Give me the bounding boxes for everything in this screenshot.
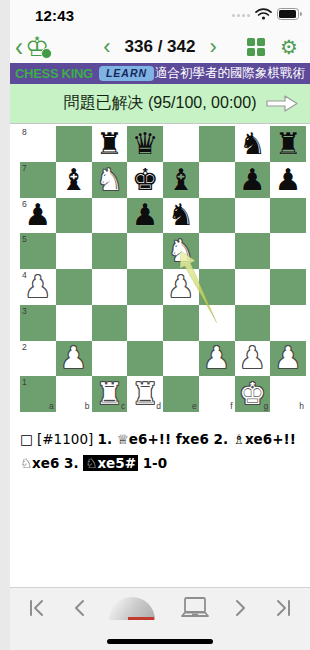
- square-f2[interactable]: ♟: [199, 341, 235, 377]
- square-h5[interactable]: [270, 233, 306, 269]
- back-chevron-icon[interactable]: ‹: [15, 33, 23, 61]
- puzzle-counter: 336 / 342: [125, 37, 196, 57]
- bottom-toolbar: [10, 587, 310, 650]
- square-e3[interactable]: [163, 305, 199, 341]
- notation-token[interactable]: □ [#1100]: [20, 431, 98, 447]
- logo-badge-dot: [41, 48, 52, 59]
- square-b3[interactable]: [56, 305, 92, 341]
- square-b7[interactable]: ♝: [56, 162, 92, 198]
- rank-label: 1: [22, 377, 27, 387]
- white-rook: ♜: [132, 379, 159, 409]
- square-b6[interactable]: [56, 198, 92, 234]
- white-king: ♚: [239, 379, 266, 409]
- square-e6[interactable]: ♞: [163, 198, 199, 234]
- black-pawn: ♟: [239, 165, 266, 195]
- square-c7[interactable]: ♞: [92, 162, 128, 198]
- move-notation: □ [#1100] 1. ♕e6+!! fxe6 2. ♗xe6+!! ♘xe6…: [10, 412, 310, 475]
- skip-to-start-icon[interactable]: [26, 598, 48, 618]
- rank-label: 7: [22, 163, 27, 173]
- square-e8[interactable]: [163, 126, 199, 162]
- notation-token[interactable]: 1-0: [138, 455, 167, 471]
- square-f7[interactable]: [199, 162, 235, 198]
- black-knight: ♞: [239, 129, 266, 159]
- solved-banner-text: 問題已解决 (95/100, 00:00): [64, 93, 257, 114]
- square-g7[interactable]: ♟: [235, 162, 271, 198]
- square-b8[interactable]: [56, 126, 92, 162]
- square-h4[interactable]: [270, 269, 306, 305]
- square-h1[interactable]: h: [270, 376, 306, 412]
- black-pawn: ♟: [132, 200, 159, 230]
- solved-banner: 問題已解决 (95/100, 00:00): [10, 84, 310, 123]
- white-knight: ♞: [96, 165, 123, 195]
- square-a2[interactable]: 2: [20, 341, 56, 377]
- white-rook: ♜: [96, 379, 123, 409]
- square-b1[interactable]: b: [56, 376, 92, 412]
- square-h7[interactable]: ♟: [270, 162, 306, 198]
- black-rook: ♜: [96, 129, 123, 159]
- square-a5[interactable]: 5: [20, 233, 56, 269]
- square-d4[interactable]: [127, 269, 163, 305]
- square-c6[interactable]: [92, 198, 128, 234]
- rank-label: 2: [22, 342, 27, 352]
- square-e2[interactable]: [163, 341, 199, 377]
- square-g1[interactable]: g♚: [235, 376, 271, 412]
- file-label: h: [299, 401, 304, 411]
- rank-label: 3: [22, 306, 27, 316]
- home-indicator[interactable]: [107, 639, 213, 644]
- wifi-icon: [255, 6, 272, 24]
- file-label: a: [49, 401, 54, 411]
- square-a6[interactable]: 6♟: [20, 198, 56, 234]
- square-f3[interactable]: [199, 305, 235, 341]
- brand-bar: CHESS KING LEARN 適合初學者的國際象棋戰術: [10, 63, 310, 84]
- computer-analysis-icon[interactable]: [179, 596, 211, 620]
- square-h8[interactable]: ♜: [270, 126, 306, 162]
- square-d1[interactable]: d♜: [127, 376, 163, 412]
- file-label: b: [85, 401, 90, 411]
- square-g4[interactable]: [235, 269, 271, 305]
- rank-label: 6: [22, 199, 27, 209]
- white-knight: ♞: [167, 236, 194, 266]
- brand-name: CHESS KING: [15, 66, 93, 81]
- file-label: f: [230, 401, 232, 411]
- prev-puzzle-chevron-icon[interactable]: ‹: [103, 36, 110, 58]
- square-a7[interactable]: 7: [20, 162, 56, 198]
- step-forward-icon[interactable]: [234, 598, 248, 618]
- square-h6[interactable]: [270, 198, 306, 234]
- course-grid-icon[interactable]: [247, 38, 265, 56]
- next-puzzle-chevron-icon[interactable]: ›: [209, 36, 216, 58]
- status-bar: 12:43: [10, 0, 310, 30]
- white-pawn: ♟: [275, 343, 302, 373]
- square-c2[interactable]: [92, 341, 128, 377]
- divider: [10, 123, 310, 124]
- square-a1[interactable]: 1a: [20, 376, 56, 412]
- square-c5[interactable]: [92, 233, 128, 269]
- board-area: 8♜♛♞♜7♝♞♚♝♟♟6♟♟♞5♞4♟♟32♟♟♟♟1abc♜d♜efg♚h: [20, 126, 306, 412]
- square-h2[interactable]: ♟: [270, 341, 306, 377]
- square-c3[interactable]: [92, 305, 128, 341]
- square-b4[interactable]: [56, 269, 92, 305]
- next-task-arrow-icon[interactable]: [264, 93, 300, 118]
- clock-time: 12:43: [35, 7, 74, 24]
- chess-board: 8♜♛♞♜7♝♞♚♝♟♟6♟♟♞5♞4♟♟32♟♟♟♟1abc♜d♜efg♚h: [20, 126, 306, 412]
- square-h3[interactable]: [270, 305, 306, 341]
- square-f8[interactable]: [199, 126, 235, 162]
- square-d7[interactable]: ♚: [127, 162, 163, 198]
- rank-label: 5: [22, 234, 27, 244]
- black-bishop: ♝: [60, 165, 87, 195]
- square-e7[interactable]: ♝: [163, 162, 199, 198]
- square-d3[interactable]: [127, 305, 163, 341]
- white-pawn: ♟: [24, 272, 51, 302]
- black-bishop: ♝: [167, 165, 194, 195]
- square-e5[interactable]: ♞: [163, 233, 199, 269]
- settings-gear-icon[interactable]: ⚙: [280, 37, 298, 57]
- black-queen: ♛: [132, 129, 159, 159]
- rank-label: 8: [22, 127, 27, 137]
- learn-badge: LEARN: [99, 66, 154, 81]
- black-rook: ♜: [275, 129, 302, 159]
- square-f4[interactable]: [199, 269, 235, 305]
- square-c1[interactable]: c♜: [92, 376, 128, 412]
- brand-tagline: 適合初學者的國際象棋戰術: [155, 65, 305, 82]
- square-b5[interactable]: [56, 233, 92, 269]
- black-knight: ♞: [167, 200, 194, 230]
- square-c4[interactable]: [92, 269, 128, 305]
- file-label: g: [264, 401, 269, 411]
- black-king: ♚: [132, 165, 159, 195]
- square-f5[interactable]: [199, 233, 235, 269]
- rank-label: 4: [22, 270, 27, 280]
- square-d5[interactable]: [127, 233, 163, 269]
- file-label: d: [156, 401, 161, 411]
- black-pawn: ♟: [24, 200, 51, 230]
- chess-king-logo-icon[interactable]: ♔: [25, 33, 49, 60]
- square-f1[interactable]: f: [199, 376, 235, 412]
- square-g3[interactable]: [235, 305, 271, 341]
- white-pawn: ♟: [60, 343, 87, 373]
- square-d8[interactable]: ♛: [127, 126, 163, 162]
- square-d2[interactable]: [127, 341, 163, 377]
- square-e4[interactable]: ♟: [163, 269, 199, 305]
- white-pawn: ♟: [167, 272, 194, 302]
- square-b2[interactable]: ♟: [56, 341, 92, 377]
- white-pawn: ♟: [203, 343, 230, 373]
- skip-to-end-icon[interactable]: [272, 598, 294, 618]
- square-g2[interactable]: ♟: [235, 341, 271, 377]
- file-label: c: [121, 401, 125, 411]
- app-window: 12:43 ‹ 336 / 342 ›: [10, 0, 310, 650]
- square-e1[interactable]: e: [163, 376, 199, 412]
- square-d6[interactable]: ♟: [127, 198, 163, 234]
- square-a3[interactable]: 3: [20, 305, 56, 341]
- square-a4[interactable]: 4♟: [20, 269, 56, 305]
- square-g8[interactable]: ♞: [235, 126, 271, 162]
- nav-bar: ‹ 336 / 342 › ‹ ♔ ⚙: [10, 30, 310, 63]
- square-f6[interactable]: [199, 198, 235, 234]
- step-back-icon[interactable]: [72, 598, 86, 618]
- black-pawn: ♟: [275, 165, 302, 195]
- white-pawn: ♟: [239, 343, 266, 373]
- engine-strength-dome-icon[interactable]: [109, 597, 155, 620]
- file-label: e: [192, 401, 197, 411]
- square-g5[interactable]: [235, 233, 271, 269]
- square-g6[interactable]: [235, 198, 271, 234]
- battery-icon: [277, 6, 302, 24]
- square-c8[interactable]: ♜: [92, 126, 128, 162]
- current-move[interactable]: ♘xe5#: [83, 455, 138, 471]
- square-a8[interactable]: 8: [20, 126, 56, 162]
- cellular-signal-icon: [232, 14, 250, 17]
